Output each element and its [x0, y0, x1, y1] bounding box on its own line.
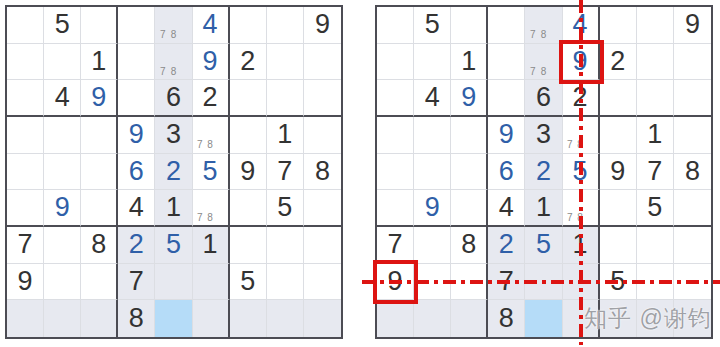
board-right-cell-r1c3[interactable] — [451, 7, 488, 44]
board-left-cell-r9c5[interactable] — [155, 300, 192, 337]
cell-value: 7 — [499, 268, 514, 295]
cell-value: 6 — [129, 158, 144, 185]
cell-value: 7 — [647, 158, 662, 185]
board-left-cell-r7c9[interactable] — [304, 227, 341, 264]
board-left-cell-r7c4[interactable]: 2 — [118, 227, 155, 264]
cell-value: 9 — [129, 121, 144, 148]
cell-value: 4 — [129, 194, 144, 221]
board-left-cell-r4c3[interactable] — [81, 117, 118, 154]
board-left-cell-r3c5[interactable]: 6 — [155, 80, 192, 117]
cell-value: 5 — [240, 268, 255, 295]
board-right-cell-r6c5[interactable]: 1 — [525, 190, 562, 227]
board-left-cell-r1c9[interactable]: 9 — [304, 7, 341, 44]
cell-value: 5 — [425, 11, 440, 38]
board-left-cell-r8c2[interactable] — [44, 264, 81, 301]
candidate-7: 7 — [527, 67, 538, 78]
board-right-cell-r5c7[interactable]: 9 — [600, 154, 637, 191]
cell-value: 1 — [277, 121, 292, 148]
cell-value: 2 — [573, 84, 588, 111]
board-right-cell-r4c9[interactable] — [674, 117, 711, 154]
board-left-cell-r8c9[interactable] — [304, 264, 341, 301]
board-right-cell-r6c1[interactable] — [377, 190, 414, 227]
board-right-cell-r7c7[interactable] — [600, 227, 637, 264]
board-right-cell-r3c7[interactable] — [600, 80, 637, 117]
board-right-cell-r3c2[interactable]: 4 — [414, 80, 451, 117]
candidate-7: 7 — [157, 67, 168, 78]
cell-value: 1 — [166, 194, 181, 221]
board-right-cell-r5c4[interactable]: 6 — [488, 154, 525, 191]
board-right-cell-r7c3[interactable]: 8 — [451, 227, 488, 264]
board-right-cell-r4c4[interactable]: 9 — [488, 117, 525, 154]
cell-value: 8 — [461, 231, 476, 258]
board-right-cell-r9c3[interactable] — [451, 300, 488, 337]
board-left-cell-r8c4[interactable]: 7 — [118, 264, 155, 301]
cell-value: 9 — [55, 194, 70, 221]
candidate-7: 7 — [195, 213, 205, 223]
board-right-cell-r5c3[interactable] — [451, 154, 488, 191]
board-left-cell-r9c6[interactable] — [193, 300, 230, 337]
board-left-cell-r2c7[interactable]: 2 — [230, 44, 267, 81]
board-right-cell-r6c9[interactable] — [674, 190, 711, 227]
board-right-cell-r8c4[interactable]: 7 — [488, 264, 525, 301]
candidate-8: 8 — [205, 140, 215, 151]
board-left-cell-r7c7[interactable] — [230, 227, 267, 264]
cell-value: 9 — [388, 268, 403, 295]
board-left-cell-r9c9[interactable] — [304, 300, 341, 337]
candidate-8: 8 — [538, 67, 549, 78]
cell-value: 4 — [55, 84, 70, 111]
cell-value: 4 — [573, 11, 588, 38]
cell-value: 1 — [573, 231, 588, 258]
cell-value: 1 — [647, 121, 662, 148]
board-left-cell-r1c8[interactable] — [267, 7, 304, 44]
board-left-cell-r6c9[interactable] — [304, 190, 341, 227]
cell-value: 9 — [203, 48, 218, 75]
board-left-cell-r7c5[interactable]: 5 — [155, 227, 192, 264]
board-left-cell-r9c3[interactable] — [81, 300, 118, 337]
cell-value: 3 — [536, 121, 551, 148]
candidate-7: 7 — [565, 213, 575, 223]
cell-value: 5 — [55, 11, 70, 38]
board-right-cell-r4c8[interactable]: 1 — [637, 117, 674, 154]
board-right-cell-r2c6[interactable]: 9 — [563, 44, 600, 81]
board-right-cell-r6c8[interactable]: 5 — [637, 190, 674, 227]
cell-value: 5 — [573, 158, 588, 185]
cell-value: 9 — [499, 121, 514, 148]
cell-value: 7 — [388, 231, 403, 258]
board-right-cell-r9c1[interactable] — [377, 300, 414, 337]
candidate-8: 8 — [575, 140, 585, 151]
board-right-cell-r1c6[interactable]: 4 — [563, 7, 600, 44]
board-left-cell-r7c1[interactable]: 7 — [7, 227, 44, 264]
cell-value: 8 — [685, 158, 700, 185]
cell-value: 7 — [18, 231, 33, 258]
board-left-cell-r3c3[interactable]: 9 — [81, 80, 118, 117]
board-left-cell-r6c5[interactable]: 1 — [155, 190, 192, 227]
board-left-cell-r3c9[interactable] — [304, 80, 341, 117]
board-left-cell-r5c4[interactable]: 6 — [118, 154, 155, 191]
board-right-cell-r2c5[interactable]: 78 — [525, 44, 562, 81]
board-right-cell-r3c6[interactable]: 2 — [563, 80, 600, 117]
board-left-cell-r7c8[interactable] — [267, 227, 304, 264]
board-left-cell-r1c7[interactable] — [230, 7, 267, 44]
board-left-cell-r1c6[interactable]: 4 — [193, 7, 230, 44]
board-right-cell-r2c8[interactable] — [637, 44, 674, 81]
candidate-8: 8 — [168, 30, 179, 41]
board-right-cell-r4c1[interactable] — [377, 117, 414, 154]
cell-value: 7 — [129, 268, 144, 295]
cell-value: 8 — [315, 158, 330, 185]
candidates: 78 — [195, 192, 226, 223]
board-right-cell-r8c8[interactable] — [637, 264, 674, 301]
board-right-cell-r1c2[interactable]: 5 — [414, 7, 451, 44]
board-right-cell-r3c3[interactable]: 9 — [451, 80, 488, 117]
candidates: 78 — [527, 9, 559, 41]
board-right-cell-r8c6[interactable] — [563, 264, 600, 301]
cell-value: 2 — [499, 231, 514, 258]
cell-value: 2 — [240, 48, 255, 75]
candidate-8: 8 — [168, 67, 179, 78]
board-right-cell-r4c2[interactable] — [414, 117, 451, 154]
board-left-cell-r4c5[interactable]: 3 — [155, 117, 192, 154]
board-left-cell-r1c4[interactable] — [118, 7, 155, 44]
board-right-cell-r1c8[interactable] — [637, 7, 674, 44]
board-left-cell-r4c6[interactable]: 78 — [193, 117, 230, 154]
board-left-cell-r8c7[interactable]: 5 — [230, 264, 267, 301]
board-right-cell-r3c1[interactable] — [377, 80, 414, 117]
screenshot-root: 5784917892496293781625978941785782519758… — [0, 0, 720, 347]
cell-value: 4 — [499, 194, 514, 221]
board-left-cell-r1c3[interactable] — [81, 7, 118, 44]
cell-value: 2 — [203, 84, 218, 111]
board-left-cell-r4c9[interactable] — [304, 117, 341, 154]
board-left-cell-r5c1[interactable] — [7, 154, 44, 191]
board-right-cell-r6c4[interactable]: 4 — [488, 190, 525, 227]
board-left-cell-r9c7[interactable] — [230, 300, 267, 337]
cell-value: 6 — [166, 84, 181, 111]
board-left-cell-r6c1[interactable] — [7, 190, 44, 227]
board-right-cell-r8c9[interactable] — [674, 264, 711, 301]
cell-value: 8 — [499, 305, 514, 332]
cell-value: 1 — [203, 231, 218, 258]
board-left-cell-r6c2[interactable]: 9 — [44, 190, 81, 227]
board-right-cell-r5c1[interactable] — [377, 154, 414, 191]
cell-value: 6 — [536, 84, 551, 111]
board-left-cell-r2c4[interactable] — [118, 44, 155, 81]
board-right-cell-r7c5[interactable]: 5 — [525, 227, 562, 264]
cell-value: 4 — [203, 11, 218, 38]
board-right-cell-r8c7[interactable]: 5 — [600, 264, 637, 301]
board-left-cell-r3c6[interactable]: 2 — [193, 80, 230, 117]
board-right-cell-r2c9[interactable] — [674, 44, 711, 81]
cell-value: 9 — [315, 11, 330, 38]
board-right-cell-r7c2[interactable] — [414, 227, 451, 264]
cell-value: 9 — [425, 194, 440, 221]
board-left-cell-r6c7[interactable] — [230, 190, 267, 227]
board-right-cell-r8c2[interactable] — [414, 264, 451, 301]
candidates: 78 — [565, 119, 596, 151]
board-left-cell-r7c2[interactable] — [44, 227, 81, 264]
board-right-cell-r6c3[interactable] — [451, 190, 488, 227]
cell-value: 5 — [536, 231, 551, 258]
cell-value: 9 — [610, 158, 625, 185]
cell-value: 5 — [610, 268, 625, 295]
cell-value: 9 — [91, 84, 106, 111]
board-right-cell-r3c9[interactable] — [674, 80, 711, 117]
board-right-cell-r2c7[interactable]: 2 — [600, 44, 637, 81]
board-left-cell-r3c1[interactable] — [7, 80, 44, 117]
board-left-cell-r1c1[interactable] — [7, 7, 44, 44]
board-left-cell-r9c4[interactable]: 8 — [118, 300, 155, 337]
board-left-cell-r6c6[interactable]: 78 — [193, 190, 230, 227]
cell-value: 2 — [129, 231, 144, 258]
board-right-cell-r8c5[interactable] — [525, 264, 562, 301]
board-right-cell-r7c1[interactable]: 7 — [377, 227, 414, 264]
board-left-cell-r9c8[interactable] — [267, 300, 304, 337]
cell-value: 5 — [203, 158, 218, 185]
board-right-cell-r6c7[interactable] — [600, 190, 637, 227]
board-right-cell-r5c2[interactable] — [414, 154, 451, 191]
board-right-cell-r7c4[interactable]: 2 — [488, 227, 525, 264]
board-left-cell-r7c3[interactable]: 8 — [81, 227, 118, 264]
watermark: 知乎 @谢钧 — [584, 303, 712, 334]
board-right-cell-r4c6[interactable]: 78 — [563, 117, 600, 154]
board-right-cell-r7c6[interactable]: 1 — [563, 227, 600, 264]
board-right-cell-r6c6[interactable]: 78 — [563, 190, 600, 227]
candidate-8: 8 — [575, 213, 585, 223]
cell-value: 1 — [536, 194, 551, 221]
board-right-cell-r4c3[interactable] — [451, 117, 488, 154]
sudoku-board-right: 5784917892496293781625978941785782519758 — [375, 5, 713, 339]
board-left-cell-r7c6[interactable]: 1 — [193, 227, 230, 264]
board-right-cell-r9c2[interactable] — [414, 300, 451, 337]
board-right-cell-r4c7[interactable] — [600, 117, 637, 154]
board-right-cell-r5c8[interactable]: 7 — [637, 154, 674, 191]
board-right-cell-r1c5[interactable]: 78 — [525, 7, 562, 44]
candidate-8: 8 — [205, 213, 215, 223]
board-left-cell-r2c6[interactable]: 9 — [193, 44, 230, 81]
cell-value: 6 — [499, 158, 514, 185]
board-left-cell-r6c4[interactable]: 4 — [118, 190, 155, 227]
board-left-cell-r3c8[interactable] — [267, 80, 304, 117]
cell-value: 5 — [647, 194, 662, 221]
cell-value: 2 — [166, 158, 181, 185]
sudoku-board-left: 5784917892496293781625978941785782519758 — [5, 5, 343, 339]
candidates: 78 — [527, 46, 559, 78]
board-right-cell-r3c4[interactable] — [488, 80, 525, 117]
board-right-cell-r3c8[interactable] — [637, 80, 674, 117]
board-right-cell-r8c1[interactable]: 9 — [377, 264, 414, 301]
board-left-cell-r8c1[interactable]: 9 — [7, 264, 44, 301]
cell-value: 3 — [166, 121, 181, 148]
cell-value: 2 — [610, 48, 625, 75]
board-right-cell-r1c4[interactable] — [488, 7, 525, 44]
cell-value: 1 — [461, 48, 476, 75]
board-left-cell-r2c9[interactable] — [304, 44, 341, 81]
board-right-cell-r7c8[interactable] — [637, 227, 674, 264]
board-left-cell-r6c3[interactable] — [81, 190, 118, 227]
board-right-cell-r2c3[interactable]: 1 — [451, 44, 488, 81]
board-right-cell-r9c5[interactable] — [525, 300, 562, 337]
board-right-cell-r1c9[interactable]: 9 — [674, 7, 711, 44]
cell-value: 7 — [277, 158, 292, 185]
board-left-cell-r4c7[interactable] — [230, 117, 267, 154]
cell-value: 9 — [240, 158, 255, 185]
board-left-cell-r4c4[interactable]: 9 — [118, 117, 155, 154]
candidate-7: 7 — [195, 140, 205, 151]
board-left-cell-r4c2[interactable] — [44, 117, 81, 154]
board-right-cell-r3c5[interactable]: 6 — [525, 80, 562, 117]
board-right-cell-r5c6[interactable]: 5 — [563, 154, 600, 191]
board-left-cell-r8c6[interactable] — [193, 264, 230, 301]
board-right-cell-r5c5[interactable]: 2 — [525, 154, 562, 191]
board-left-cell-r5c5[interactable]: 2 — [155, 154, 192, 191]
cell-value: 5 — [277, 194, 292, 221]
board-left-cell-r8c5[interactable] — [155, 264, 192, 301]
board-left-cell-r5c2[interactable] — [44, 154, 81, 191]
board-left-cell-r3c2[interactable]: 4 — [44, 80, 81, 117]
candidate-7: 7 — [157, 30, 168, 41]
candidate-7: 7 — [527, 30, 538, 41]
board-right-cell-r2c1[interactable] — [377, 44, 414, 81]
board-right-cell-r2c4[interactable] — [488, 44, 525, 81]
board-left-cell-r2c8[interactable] — [267, 44, 304, 81]
board-right-cell-r1c7[interactable] — [600, 7, 637, 44]
board-right-cell-r9c4[interactable]: 8 — [488, 300, 525, 337]
board-left-cell-r3c4[interactable] — [118, 80, 155, 117]
cell-value: 9 — [18, 268, 33, 295]
board-left-cell-r1c2[interactable]: 5 — [44, 7, 81, 44]
candidates: 78 — [157, 9, 189, 41]
board-left-cell-r5c3[interactable] — [81, 154, 118, 191]
board-left-cell-r2c2[interactable] — [44, 44, 81, 81]
board-left-cell-r2c1[interactable] — [7, 44, 44, 81]
cell-value: 9 — [573, 48, 588, 75]
board-right-cell-r1c1[interactable] — [377, 7, 414, 44]
candidates: 78 — [157, 46, 189, 78]
candidate-8: 8 — [538, 30, 549, 41]
board-right-cell-r7c9[interactable] — [674, 227, 711, 264]
board-right-cell-r2c2[interactable] — [414, 44, 451, 81]
cell-value: 8 — [129, 305, 144, 332]
board-right-cell-r8c3[interactable] — [451, 264, 488, 301]
board-left-cell-r2c3[interactable]: 1 — [81, 44, 118, 81]
board-left-cell-r9c2[interactable] — [44, 300, 81, 337]
cell-value: 1 — [91, 48, 106, 75]
cell-value: 2 — [536, 158, 551, 185]
cell-value: 9 — [685, 11, 700, 38]
board-left-cell-r5c8[interactable]: 7 — [267, 154, 304, 191]
board-left-cell-r8c3[interactable] — [81, 264, 118, 301]
candidates: 78 — [565, 192, 596, 223]
board-left-cell-r6c8[interactable]: 5 — [267, 190, 304, 227]
candidates: 78 — [195, 119, 226, 151]
candidate-7: 7 — [565, 140, 575, 151]
board-left-cell-r2c5[interactable]: 78 — [155, 44, 192, 81]
board-left-cell-r5c9[interactable]: 8 — [304, 154, 341, 191]
board-left-cell-r9c1[interactable] — [7, 300, 44, 337]
board-left-cell-r4c8[interactable]: 1 — [267, 117, 304, 154]
board-left-cell-r1c5[interactable]: 78 — [155, 7, 192, 44]
board-right-cell-r4c5[interactable]: 3 — [525, 117, 562, 154]
board-left-cell-r3c7[interactable] — [230, 80, 267, 117]
board-left-cell-r8c8[interactable] — [267, 264, 304, 301]
board-right-cell-r6c2[interactable]: 9 — [414, 190, 451, 227]
cell-value: 9 — [461, 84, 476, 111]
cell-value: 4 — [425, 84, 440, 111]
board-left-cell-r5c6[interactable]: 5 — [193, 154, 230, 191]
cell-value: 8 — [91, 231, 106, 258]
board-right-cell-r5c9[interactable]: 8 — [674, 154, 711, 191]
board-left-cell-r4c1[interactable] — [7, 117, 44, 154]
board-left-cell-r5c7[interactable]: 9 — [230, 154, 267, 191]
cell-value: 5 — [166, 231, 181, 258]
